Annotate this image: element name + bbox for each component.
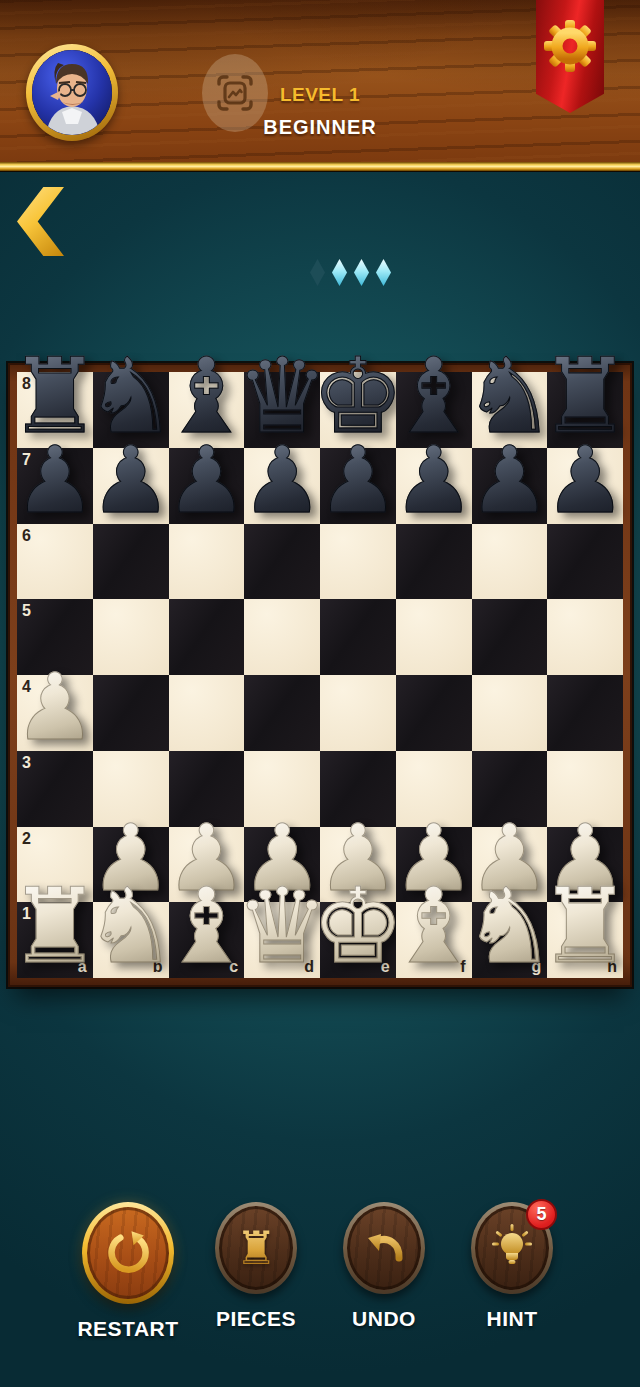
player-avatar[interactable] xyxy=(26,44,118,141)
restart-button[interactable]: RESTART xyxy=(77,1202,178,1341)
avatar-face-icon xyxy=(32,50,112,135)
square-d6[interactable] xyxy=(244,524,320,600)
square-d5[interactable] xyxy=(244,599,320,675)
restart-icon xyxy=(104,1229,152,1277)
white-pawn-a4[interactable]: ♟ xyxy=(14,661,96,753)
square-h6[interactable] xyxy=(547,524,623,600)
header-bar: LEVEL 1 BEGINNER xyxy=(0,0,640,172)
progress-diamond xyxy=(332,259,347,286)
rank-label-5: 5 xyxy=(22,603,31,619)
bottom-toolbar: RESTART ♜ PIECES xyxy=(64,1202,576,1341)
hint-label: HINT xyxy=(487,1307,538,1331)
rook-icon: ♜ xyxy=(235,1225,276,1271)
black-pawn-f7[interactable]: ♟ xyxy=(392,434,474,526)
square-g1[interactable]: g♞ xyxy=(472,902,548,978)
square-h1[interactable]: h♜ xyxy=(547,902,623,978)
square-c4[interactable] xyxy=(169,675,245,751)
square-a1[interactable]: 1a♜ xyxy=(17,902,93,978)
square-a3[interactable]: 3 xyxy=(17,751,93,827)
square-h5[interactable] xyxy=(547,599,623,675)
progress-diamond xyxy=(376,259,391,286)
square-c5[interactable] xyxy=(169,599,245,675)
level-title: LEVEL 1 xyxy=(239,84,401,106)
undo-arrow-icon xyxy=(360,1224,408,1272)
level-subtitle: BEGINNER xyxy=(239,116,401,139)
square-b1[interactable]: b♞ xyxy=(93,902,169,978)
square-b4[interactable] xyxy=(93,675,169,751)
square-d4[interactable] xyxy=(244,675,320,751)
progress-diamond xyxy=(310,259,325,286)
black-pawn-c7[interactable]: ♟ xyxy=(165,434,247,526)
restart-label: RESTART xyxy=(77,1317,178,1341)
white-rook-h1[interactable]: ♜ xyxy=(539,874,632,978)
black-pawn-b7[interactable]: ♟ xyxy=(89,434,171,526)
black-pawn-d7[interactable]: ♟ xyxy=(241,434,323,526)
square-b7[interactable]: ♟ xyxy=(93,448,169,524)
square-e7[interactable]: ♟ xyxy=(320,448,396,524)
rank-label-6: 6 xyxy=(22,528,31,544)
hint-button[interactable]: 5 HINT xyxy=(471,1202,553,1341)
square-h4[interactable] xyxy=(547,675,623,751)
square-c7[interactable]: ♟ xyxy=(169,448,245,524)
square-g7[interactable]: ♟ xyxy=(472,448,548,524)
square-d7[interactable]: ♟ xyxy=(244,448,320,524)
chess-board: 8♜♞♝♛♚♝♞♜7♟♟♟♟♟♟♟♟654♟32♟♟♟♟♟♟♟1a♜b♞c♝d♛… xyxy=(17,372,623,978)
square-e4[interactable] xyxy=(320,675,396,751)
square-g4[interactable] xyxy=(472,675,548,751)
level-progress xyxy=(310,259,391,286)
lightbulb-icon xyxy=(486,1222,538,1274)
square-f7[interactable]: ♟ xyxy=(396,448,472,524)
gear-icon xyxy=(543,19,597,73)
square-f4[interactable] xyxy=(396,675,472,751)
square-c1[interactable]: c♝ xyxy=(169,902,245,978)
black-pawn-g7[interactable]: ♟ xyxy=(468,434,550,526)
chess-app-screen: LEVEL 1 BEGINNER xyxy=(0,0,640,1387)
black-pawn-a7[interactable]: ♟ xyxy=(14,434,96,526)
square-e5[interactable] xyxy=(320,599,396,675)
square-a7[interactable]: 7♟ xyxy=(17,448,93,524)
pieces-button[interactable]: ♜ PIECES xyxy=(215,1202,297,1341)
square-e6[interactable] xyxy=(320,524,396,600)
pieces-label: PIECES xyxy=(216,1307,296,1331)
square-d1[interactable]: d♛ xyxy=(244,902,320,978)
rank-label-2: 2 xyxy=(22,831,31,847)
square-b6[interactable] xyxy=(93,524,169,600)
square-b5[interactable] xyxy=(93,599,169,675)
header-gold-trim xyxy=(0,162,640,172)
square-f1[interactable]: f♝ xyxy=(396,902,472,978)
square-c6[interactable] xyxy=(169,524,245,600)
hint-badge: 5 xyxy=(526,1199,557,1230)
square-g5[interactable] xyxy=(472,599,548,675)
black-pawn-e7[interactable]: ♟ xyxy=(317,434,399,526)
square-e1[interactable]: e♚ xyxy=(320,902,396,978)
square-f6[interactable] xyxy=(396,524,472,600)
board-frame: 8♜♞♝♛♚♝♞♜7♟♟♟♟♟♟♟♟654♟32♟♟♟♟♟♟♟1a♜b♞c♝d♛… xyxy=(8,363,632,987)
square-a6[interactable]: 6 xyxy=(17,524,93,600)
rank-label-3: 3 xyxy=(22,755,31,771)
avatar-portrait xyxy=(32,50,112,135)
undo-label: UNDO xyxy=(352,1307,416,1331)
pieces-button-circle[interactable]: ♜ xyxy=(215,1202,297,1294)
level-info: LEVEL 1 BEGINNER xyxy=(239,84,401,139)
square-g6[interactable] xyxy=(472,524,548,600)
square-f5[interactable] xyxy=(396,599,472,675)
square-a4[interactable]: 4♟ xyxy=(17,675,93,751)
hint-button-circle[interactable]: 5 xyxy=(471,1202,553,1294)
black-pawn-h7[interactable]: ♟ xyxy=(544,434,626,526)
restart-button-circle[interactable] xyxy=(82,1202,174,1304)
undo-button-circle[interactable] xyxy=(343,1202,425,1294)
progress-diamond xyxy=(354,259,369,286)
back-button[interactable] xyxy=(17,187,64,256)
undo-button[interactable]: UNDO xyxy=(343,1202,425,1341)
square-h7[interactable]: ♟ xyxy=(547,448,623,524)
settings-ribbon-button[interactable] xyxy=(536,0,604,113)
